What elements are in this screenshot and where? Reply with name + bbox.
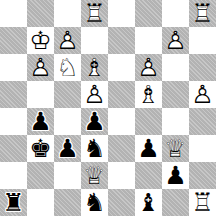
- square-g7[interactable]: ♟♙: [162, 27, 189, 54]
- square-f4[interactable]: [135, 108, 162, 135]
- white-pawn-icon: ♙: [135, 54, 162, 81]
- white-king-icon: ♚: [27, 27, 54, 54]
- square-b2[interactable]: [27, 162, 54, 189]
- square-d1[interactable]: ♞: [81, 189, 108, 216]
- square-b5[interactable]: [27, 81, 54, 108]
- white-knight-icon: ♞: [54, 54, 81, 81]
- white-rook-icon: ♖: [189, 189, 216, 216]
- square-g3[interactable]: ♛♕: [162, 135, 189, 162]
- square-d5[interactable]: ♟♙: [81, 81, 108, 108]
- square-g4[interactable]: [162, 108, 189, 135]
- square-a2[interactable]: [0, 162, 27, 189]
- white-queen-icon: ♛: [162, 135, 189, 162]
- square-c1[interactable]: [54, 189, 81, 216]
- white-pawn-icon: ♟: [27, 54, 54, 81]
- square-e5[interactable]: [108, 81, 135, 108]
- white-pawn-icon: ♟: [189, 81, 216, 108]
- square-h7[interactable]: [189, 27, 216, 54]
- square-b1[interactable]: [27, 189, 54, 216]
- square-b8[interactable]: [27, 0, 54, 27]
- square-e6[interactable]: [108, 54, 135, 81]
- black-knight-icon: ♞: [81, 189, 108, 216]
- square-d3[interactable]: ♞: [81, 135, 108, 162]
- square-g8[interactable]: [162, 0, 189, 27]
- chess-board: ♜♖♜♖♚♔♟♙♟♙♟♙♞♘♝♗♟♙♟♙♝♗♟♙♟♟♚♟♞♟♛♕♛♕♟♜♞♝♜♖: [0, 0, 216, 216]
- square-a3[interactable]: [0, 135, 27, 162]
- square-c2[interactable]: [54, 162, 81, 189]
- square-h1[interactable]: ♜♖: [189, 189, 216, 216]
- white-rook-icon: ♜: [81, 0, 108, 27]
- square-d4[interactable]: ♟: [81, 108, 108, 135]
- square-e4[interactable]: [108, 108, 135, 135]
- square-d7[interactable]: [81, 27, 108, 54]
- square-e2[interactable]: [108, 162, 135, 189]
- black-pawn-icon: ♟: [135, 135, 162, 162]
- black-pawn-icon: ♟: [27, 108, 54, 135]
- white-knight-icon: ♘: [54, 54, 81, 81]
- white-pawn-icon: ♟: [54, 27, 81, 54]
- white-pawn-icon: ♙: [81, 81, 108, 108]
- square-e3[interactable]: [108, 135, 135, 162]
- white-pawn-icon: ♟: [135, 54, 162, 81]
- white-rook-icon: ♜: [189, 0, 216, 27]
- white-pawn-icon: ♟: [162, 27, 189, 54]
- white-pawn-icon: ♙: [162, 27, 189, 54]
- white-bishop-icon: ♗: [81, 54, 108, 81]
- square-b3[interactable]: ♚: [27, 135, 54, 162]
- square-f8[interactable]: [135, 0, 162, 27]
- square-c6[interactable]: ♞♘: [54, 54, 81, 81]
- square-a1[interactable]: ♜: [0, 189, 27, 216]
- square-d8[interactable]: ♜♖: [81, 0, 108, 27]
- black-pawn-icon: ♟: [81, 108, 108, 135]
- black-rook-icon: ♜: [0, 189, 27, 216]
- white-pawn-icon: ♙: [54, 27, 81, 54]
- square-a4[interactable]: [0, 108, 27, 135]
- square-h2[interactable]: [189, 162, 216, 189]
- black-king-icon: ♚: [27, 135, 54, 162]
- square-a7[interactable]: [0, 27, 27, 54]
- square-f1[interactable]: ♝: [135, 189, 162, 216]
- square-b7[interactable]: ♚♔: [27, 27, 54, 54]
- square-d6[interactable]: ♝♗: [81, 54, 108, 81]
- square-c4[interactable]: [54, 108, 81, 135]
- black-bishop-icon: ♝: [135, 189, 162, 216]
- square-b6[interactable]: ♟♙: [27, 54, 54, 81]
- square-f6[interactable]: ♟♙: [135, 54, 162, 81]
- square-d2[interactable]: ♛♕: [81, 162, 108, 189]
- square-f7[interactable]: [135, 27, 162, 54]
- square-h8[interactable]: ♜♖: [189, 0, 216, 27]
- square-h5[interactable]: ♟♙: [189, 81, 216, 108]
- square-g6[interactable]: [162, 54, 189, 81]
- square-f3[interactable]: ♟: [135, 135, 162, 162]
- white-rook-icon: ♜: [189, 189, 216, 216]
- square-e8[interactable]: [108, 0, 135, 27]
- square-h6[interactable]: [189, 54, 216, 81]
- square-f5[interactable]: ♝♗: [135, 81, 162, 108]
- white-queen-icon: ♕: [162, 135, 189, 162]
- square-c5[interactable]: [54, 81, 81, 108]
- white-bishop-icon: ♝: [81, 54, 108, 81]
- square-h4[interactable]: [189, 108, 216, 135]
- white-bishop-icon: ♗: [135, 81, 162, 108]
- square-f2[interactable]: [135, 162, 162, 189]
- white-pawn-icon: ♙: [27, 54, 54, 81]
- square-c3[interactable]: ♟: [54, 135, 81, 162]
- white-queen-icon: ♛: [81, 162, 108, 189]
- white-bishop-icon: ♝: [135, 81, 162, 108]
- black-knight-icon: ♞: [81, 135, 108, 162]
- square-b4[interactable]: ♟: [27, 108, 54, 135]
- square-a5[interactable]: [0, 81, 27, 108]
- square-a8[interactable]: [0, 0, 27, 27]
- white-king-icon: ♔: [27, 27, 54, 54]
- white-pawn-icon: ♟: [81, 81, 108, 108]
- square-g1[interactable]: [162, 189, 189, 216]
- white-rook-icon: ♖: [189, 0, 216, 27]
- black-pawn-icon: ♟: [162, 162, 189, 189]
- square-e1[interactable]: [108, 189, 135, 216]
- white-pawn-icon: ♙: [189, 81, 216, 108]
- white-queen-icon: ♕: [81, 162, 108, 189]
- square-c7[interactable]: ♟♙: [54, 27, 81, 54]
- square-c8[interactable]: [54, 0, 81, 27]
- square-a6[interactable]: [0, 54, 27, 81]
- square-g5[interactable]: [162, 81, 189, 108]
- square-h3[interactable]: [189, 135, 216, 162]
- black-pawn-icon: ♟: [54, 135, 81, 162]
- white-rook-icon: ♖: [81, 0, 108, 27]
- square-g2[interactable]: ♟: [162, 162, 189, 189]
- square-e7[interactable]: [108, 27, 135, 54]
